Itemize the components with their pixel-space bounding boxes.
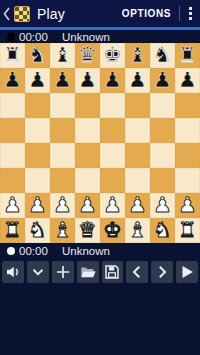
square-f4[interactable]: [125, 143, 150, 168]
white-player-row: 00:00 Unknown: [0, 243, 200, 259]
square-d3[interactable]: [75, 168, 100, 193]
square-g6[interactable]: [150, 93, 175, 118]
black-pawn: ♟: [28, 68, 47, 93]
square-b1[interactable]: ♞: [25, 218, 50, 243]
square-a6[interactable]: [0, 93, 25, 118]
black-pawn: ♟: [3, 68, 22, 93]
square-e8[interactable]: ♚: [100, 43, 125, 68]
white-pawn: ♟: [28, 193, 47, 218]
square-d4[interactable]: [75, 143, 100, 168]
square-c5[interactable]: [50, 118, 75, 143]
black-rook: ♜: [178, 43, 197, 68]
square-g1[interactable]: ♞: [150, 218, 175, 243]
white-bishop: ♝: [53, 218, 72, 243]
square-f2[interactable]: ♟: [125, 193, 150, 218]
square-g8[interactable]: ♞: [150, 43, 175, 68]
square-b5[interactable]: [25, 118, 50, 143]
white-pawn: ♟: [78, 193, 97, 218]
chess-board: ♜♞♝♛♚♝♞♜♟♟♟♟♟♟♟♟♟♟♟♟♟♟♟♟♜♞♝♛♚♝♞♜: [0, 43, 200, 243]
square-h6[interactable]: [175, 93, 200, 118]
square-d6[interactable]: [75, 93, 100, 118]
square-f7[interactable]: ♟: [125, 68, 150, 93]
square-c4[interactable]: [50, 143, 75, 168]
black-player-indicator: [7, 33, 15, 41]
white-knight: ♞: [28, 218, 47, 243]
square-c3[interactable]: [50, 168, 75, 193]
chevron-down-icon: [29, 263, 47, 281]
square-c1[interactable]: ♝: [50, 218, 75, 243]
bottom-toolbar: [0, 259, 200, 285]
square-g3[interactable]: [150, 168, 175, 193]
empty-area: [0, 285, 200, 355]
black-pawn: ♟: [128, 68, 147, 93]
open-folder-icon: [79, 263, 97, 281]
square-b4[interactable]: [25, 143, 50, 168]
play-icon: [178, 263, 196, 281]
black-king: ♚: [103, 43, 122, 68]
chess-app-screen: Play OPTIONS 00:00 Unknown ♜♞♝♛♚♝♞♜♟♟♟♟♟…: [0, 0, 200, 355]
new-game-button[interactable]: [52, 261, 74, 283]
square-d8[interactable]: ♛: [75, 43, 100, 68]
square-e7[interactable]: ♟: [100, 68, 125, 93]
square-d2[interactable]: ♟: [75, 193, 100, 218]
square-g2[interactable]: ♟: [150, 193, 175, 218]
overflow-menu-icon[interactable]: [180, 0, 200, 27]
app-bar: Play OPTIONS: [0, 0, 200, 27]
square-h8[interactable]: ♜: [175, 43, 200, 68]
square-f8[interactable]: ♝: [125, 43, 150, 68]
square-a1[interactable]: ♜: [0, 218, 25, 243]
square-b8[interactable]: ♞: [25, 43, 50, 68]
white-pawn: ♟: [3, 193, 22, 218]
square-e6[interactable]: [100, 93, 125, 118]
square-d5[interactable]: [75, 118, 100, 143]
chevron-left-icon: [128, 263, 146, 281]
options-button[interactable]: OPTIONS: [114, 2, 179, 25]
volume-icon: [4, 263, 22, 281]
black-pawn: ♟: [178, 68, 197, 93]
white-pawn: ♟: [178, 193, 197, 218]
white-pawn: ♟: [53, 193, 72, 218]
square-f3[interactable]: [125, 168, 150, 193]
white-rook: ♜: [3, 218, 22, 243]
play-button[interactable]: [176, 261, 198, 283]
white-pawn: ♟: [103, 193, 122, 218]
square-b6[interactable]: [25, 93, 50, 118]
square-c8[interactable]: ♝: [50, 43, 75, 68]
black-player-clock: 00:00: [19, 31, 49, 43]
square-f6[interactable]: [125, 93, 150, 118]
black-pawn: ♟: [153, 68, 172, 93]
square-f1[interactable]: ♝: [125, 218, 150, 243]
square-b2[interactable]: ♟: [25, 193, 50, 218]
white-knight: ♞: [153, 218, 172, 243]
square-d1[interactable]: ♛: [75, 218, 100, 243]
black-knight: ♞: [153, 43, 172, 68]
square-a5[interactable]: [0, 118, 25, 143]
square-b7[interactable]: ♟: [25, 68, 50, 93]
white-rook: ♜: [178, 218, 197, 243]
square-f5[interactable]: [125, 118, 150, 143]
collapse-button[interactable]: [27, 261, 49, 283]
black-rook: ♜: [3, 43, 22, 68]
white-bishop: ♝: [128, 218, 147, 243]
white-player-indicator: [7, 247, 15, 255]
save-icon: [103, 263, 121, 281]
black-knight: ♞: [28, 43, 47, 68]
plus-icon: [54, 263, 72, 281]
save-button[interactable]: [102, 261, 124, 283]
square-a2[interactable]: ♟: [0, 193, 25, 218]
black-pawn: ♟: [78, 68, 97, 93]
square-e1[interactable]: ♚: [100, 218, 125, 243]
square-c7[interactable]: ♟: [50, 68, 75, 93]
square-g7[interactable]: ♟: [150, 68, 175, 93]
square-a4[interactable]: [0, 143, 25, 168]
square-h5[interactable]: [175, 118, 200, 143]
square-h3[interactable]: [175, 168, 200, 193]
square-h1[interactable]: ♜: [175, 218, 200, 243]
open-button[interactable]: [77, 261, 99, 283]
square-b3[interactable]: [25, 168, 50, 193]
black-bishop: ♝: [128, 43, 147, 68]
white-player-clock: 00:00: [19, 245, 49, 257]
white-pawn: ♟: [153, 193, 172, 218]
white-queen: ♛: [78, 218, 97, 243]
volume-button[interactable]: [2, 261, 24, 283]
square-c2[interactable]: ♟: [50, 193, 75, 218]
square-c6[interactable]: [50, 93, 75, 118]
white-pawn: ♟: [128, 193, 147, 218]
back-move-button[interactable]: [126, 261, 148, 283]
black-pawn: ♟: [53, 68, 72, 93]
square-e2[interactable]: ♟: [100, 193, 125, 218]
square-e4[interactable]: [100, 143, 125, 168]
square-d7[interactable]: ♟: [75, 68, 100, 93]
page-title: Play: [37, 6, 65, 22]
square-g5[interactable]: [150, 118, 175, 143]
black-queen: ♛: [78, 43, 97, 68]
square-a3[interactable]: [0, 168, 25, 193]
black-pawn: ♟: [103, 68, 122, 93]
white-king: ♚: [103, 218, 122, 243]
square-h2[interactable]: ♟: [175, 193, 200, 218]
square-e3[interactable]: [100, 168, 125, 193]
black-bishop: ♝: [53, 43, 72, 68]
square-g4[interactable]: [150, 143, 175, 168]
square-a8[interactable]: ♜: [0, 43, 25, 68]
white-player-name: Unknown: [62, 245, 110, 257]
square-a7[interactable]: ♟: [0, 68, 25, 93]
back-icon[interactable]: [2, 6, 12, 22]
app-logo-chessboard-icon: [14, 6, 30, 22]
square-h7[interactable]: ♟: [175, 68, 200, 93]
black-player-row: 00:00 Unknown: [0, 30, 200, 43]
chevron-right-icon: [153, 263, 171, 281]
forward-move-button[interactable]: [151, 261, 173, 283]
square-h4[interactable]: [175, 143, 200, 168]
square-e5[interactable]: [100, 118, 125, 143]
black-player-name: Unknown: [62, 31, 110, 43]
